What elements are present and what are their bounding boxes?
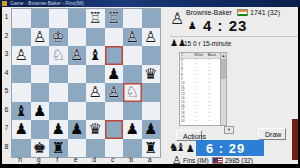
square-h2[interactable]	[12, 28, 31, 47]
square-c7[interactable]	[105, 120, 124, 139]
square-h4[interactable]	[12, 65, 31, 84]
square-c3[interactable]	[105, 46, 124, 65]
square-h7[interactable]: ♟	[12, 120, 31, 139]
divider	[170, 36, 298, 37]
square-b2[interactable]: ♙	[123, 28, 142, 47]
top-player-name: Brownie-Baker	[186, 9, 232, 16]
window-title: Game - Brownie-Baker - Fins(IM)	[10, 0, 84, 6]
black-king-g8[interactable]: ♚	[33, 139, 46, 158]
square-g8[interactable]: ♚	[31, 139, 50, 158]
side-accent-bar	[292, 119, 298, 160]
white-pawn-h3[interactable]: ♙	[15, 46, 28, 65]
white-pawn-d5[interactable]: ♙	[89, 83, 102, 102]
black-pawn-icon: ♟	[186, 143, 195, 154]
square-g1[interactable]	[31, 9, 50, 28]
square-b8[interactable]	[123, 139, 142, 158]
usa-flag-icon	[212, 157, 223, 164]
captured-pieces-tray: ♞♝	[169, 141, 183, 154]
white-pawn-e3[interactable]: ♙	[70, 46, 83, 65]
white-rook-d1[interactable]: ♖	[89, 9, 102, 28]
square-f3[interactable]: ♘	[49, 46, 68, 65]
rank-label-6: 6	[2, 101, 11, 120]
square-b7[interactable]: ♟	[123, 120, 142, 139]
top-player-clock: 4 : 23	[203, 17, 247, 34]
white-pawn-g2[interactable]: ♙	[33, 28, 46, 47]
file-labels: hgfedcba	[11, 156, 159, 164]
square-c6[interactable]	[105, 102, 124, 121]
file-label-c: c	[104, 156, 123, 164]
india-flag-icon	[237, 9, 248, 16]
white-knight-b5[interactable]: ♘	[126, 83, 139, 102]
square-g2[interactable]: ♙	[31, 28, 50, 47]
square-f6[interactable]	[49, 102, 68, 121]
square-d5[interactable]: ♙	[86, 83, 105, 102]
bottom-player-name: Fins (IM)	[183, 157, 209, 164]
white-pawn-icon: ♙	[170, 9, 184, 28]
square-a3[interactable]	[142, 46, 161, 65]
black-pawn-g6[interactable]: ♟	[33, 102, 46, 121]
black-pawn-c4[interactable]: ♟	[107, 65, 120, 84]
white-knight-f3[interactable]: ♘	[52, 46, 65, 65]
square-f2[interactable]: ♔	[49, 28, 68, 47]
rank-label-2: 2	[2, 27, 11, 46]
move-row[interactable]: 20······	[180, 120, 220, 124]
square-e8[interactable]	[68, 139, 87, 158]
square-b5[interactable]: ♘	[123, 83, 142, 102]
square-a1[interactable]	[142, 9, 161, 28]
bottom-player-clock: 6 : 29	[206, 141, 245, 156]
black-queen-a4[interactable]: ♛	[144, 65, 157, 84]
square-g4[interactable]	[31, 65, 50, 84]
square-b6[interactable]	[123, 102, 142, 121]
black-queen-d7[interactable]: ♛	[89, 120, 102, 139]
square-b3[interactable]	[123, 46, 142, 65]
square-e6[interactable]	[68, 102, 87, 121]
top-player-rating: 1741 (32)	[250, 9, 280, 16]
black-pawn-b7[interactable]: ♟	[126, 120, 139, 139]
square-e1[interactable]	[68, 9, 87, 28]
black-bishop-d3[interactable]: ♝	[89, 46, 102, 65]
square-d7[interactable]: ♛	[86, 120, 105, 139]
app-icon	[2, 1, 7, 6]
square-g6[interactable]: ♟	[31, 102, 50, 121]
rank-label-8: 8	[2, 138, 11, 157]
file-label-a: a	[141, 156, 160, 164]
square-c2[interactable]	[105, 28, 124, 47]
square-d6[interactable]	[86, 102, 105, 121]
window-titlebar: Game - Brownie-Baker - Fins(IM)	[0, 0, 300, 7]
square-h3[interactable]: ♙	[12, 46, 31, 65]
square-h8[interactable]	[12, 139, 31, 158]
black-rook-f8[interactable]: ♜	[52, 139, 65, 158]
bottom-strip	[0, 164, 300, 168]
square-a7[interactable]: ♟	[142, 120, 161, 139]
square-e7[interactable]: ♟	[68, 120, 87, 139]
file-label-f: f	[48, 156, 67, 164]
square-d8[interactable]	[86, 139, 105, 158]
bottom-player-rating: 2985 (32)	[225, 157, 253, 164]
scroll-up-icon[interactable]: ▲	[221, 53, 226, 58]
move-list-scrollbar[interactable]: ▲	[220, 52, 227, 126]
square-c1[interactable]: ♖	[105, 9, 124, 28]
square-f1[interactable]	[49, 9, 68, 28]
game-type-text: 15 0 r 15-minute	[184, 40, 231, 47]
black-pawn-a7[interactable]: ♟	[144, 120, 157, 139]
scrollbar-thumb[interactable]	[221, 59, 226, 79]
square-g7[interactable]	[31, 120, 50, 139]
white-rook-c1[interactable]: ♖	[107, 9, 120, 28]
square-e2[interactable]	[68, 28, 87, 47]
rank-label-3: 3	[2, 45, 11, 64]
file-label-g: g	[30, 156, 49, 164]
file-label-e: e	[67, 156, 86, 164]
square-c5[interactable]: ♙	[105, 83, 124, 102]
rank-label-5: 5	[2, 82, 11, 101]
move-list-dropdown-icon[interactable]: ▼	[224, 126, 234, 134]
square-e3[interactable]: ♙	[68, 46, 87, 65]
square-e4[interactable]	[68, 65, 87, 84]
square-g3[interactable]	[31, 46, 50, 65]
rank-label-1: 1	[2, 8, 11, 27]
black-pawn-h7[interactable]: ♟	[15, 120, 28, 139]
square-d4[interactable]	[86, 65, 105, 84]
square-c8[interactable]	[105, 139, 124, 158]
square-d3[interactable]: ♝	[86, 46, 105, 65]
black-pawn-e7[interactable]: ♟	[70, 120, 83, 139]
file-label-h: h	[11, 156, 30, 164]
move-list-body: 4······5······6······7······8······9····…	[180, 59, 220, 124]
file-label-d: d	[85, 156, 104, 164]
rank-label-7: 7	[2, 119, 11, 138]
square-a2[interactable]: ♙	[142, 28, 161, 47]
black-pawn-icon: ♟	[188, 20, 197, 31]
white-pawn-b2[interactable]: ♙	[126, 28, 139, 47]
square-a8[interactable]: ♜	[142, 139, 161, 158]
white-pawn-a2[interactable]: ♙	[144, 28, 157, 47]
black-pawn-f7[interactable]: ♟	[52, 120, 65, 139]
square-h6[interactable]: ♝	[12, 102, 31, 121]
chess-board[interactable]: ♖♖♙♔♙♙♙♘♙♝♟♛♙♙♘♝♟♟♟♟♛♟♟♚♜♜	[11, 8, 161, 158]
move-list[interactable]: #WhiteBlack 4······5······6······7······…	[179, 52, 221, 126]
square-a4[interactable]: ♛	[142, 65, 161, 84]
white-pawn-c5[interactable]: ♙	[107, 83, 120, 102]
square-d1[interactable]: ♖	[86, 9, 105, 28]
rank-label-4: 4	[2, 64, 11, 83]
square-e5[interactable]	[68, 83, 87, 102]
square-f7[interactable]: ♟	[49, 120, 68, 139]
square-b1[interactable]	[123, 9, 142, 28]
square-a6[interactable]	[142, 102, 161, 121]
square-h5[interactable]	[12, 83, 31, 102]
square-f4[interactable]	[49, 65, 68, 84]
square-d2[interactable]	[86, 28, 105, 47]
square-c4[interactable]: ♟	[105, 65, 124, 84]
black-rook-a8[interactable]: ♜	[144, 139, 157, 158]
white-king-f2[interactable]: ♔	[52, 28, 65, 47]
rank-labels: 12345678	[2, 8, 11, 156]
file-label-b: b	[122, 156, 141, 164]
square-h1[interactable]	[12, 9, 31, 28]
square-a5[interactable]	[142, 83, 161, 102]
square-g5[interactable]	[31, 83, 50, 102]
square-b4[interactable]	[123, 65, 142, 84]
square-f8[interactable]: ♜	[49, 139, 68, 158]
black-bishop-h6[interactable]: ♝	[15, 102, 28, 121]
draw-button[interactable]: Draw	[258, 128, 286, 140]
square-f5[interactable]	[49, 83, 68, 102]
